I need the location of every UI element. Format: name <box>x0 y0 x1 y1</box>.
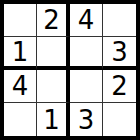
cell-r4c3[interactable]: 3 <box>70 103 103 136</box>
cell-r2c1[interactable]: 1 <box>4 37 37 70</box>
cell-r3c2[interactable] <box>37 70 70 103</box>
cell-r3c1[interactable]: 4 <box>4 70 37 103</box>
cell-r2c2[interactable] <box>37 37 70 70</box>
cell-r1c2[interactable]: 2 <box>37 4 70 37</box>
cell-r3c3[interactable] <box>70 70 103 103</box>
cell-r2c3[interactable] <box>70 37 103 70</box>
cell-r2c4[interactable]: 3 <box>103 37 136 70</box>
cell-r3c4[interactable]: 2 <box>103 70 136 103</box>
cell-r4c2[interactable]: 1 <box>37 103 70 136</box>
cell-r4c4[interactable] <box>103 103 136 136</box>
cell-r1c4[interactable] <box>103 4 136 37</box>
cell-r4c1[interactable] <box>4 103 37 136</box>
cell-r1c1[interactable] <box>4 4 37 37</box>
cell-r1c3[interactable]: 4 <box>70 4 103 37</box>
sudoku-board: 24134213 <box>0 0 140 140</box>
